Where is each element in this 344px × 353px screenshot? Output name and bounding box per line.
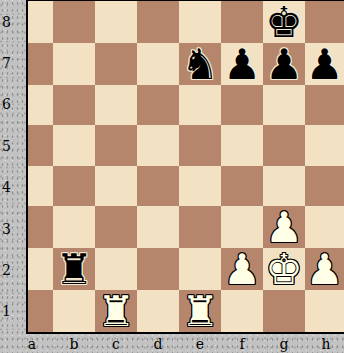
- square-b3[interactable]: [53, 206, 95, 248]
- square-c2[interactable]: [95, 248, 137, 290]
- square-d8[interactable]: [137, 1, 179, 43]
- square-e1[interactable]: ♜: [179, 290, 221, 332]
- file-labels: abcdefgh: [11, 334, 344, 353]
- white-rook[interactable]: ♜: [181, 291, 219, 333]
- square-d7[interactable]: [137, 43, 179, 85]
- square-a2[interactable]: [28, 248, 53, 290]
- square-g2[interactable]: ♚: [263, 248, 305, 290]
- square-f3[interactable]: [221, 206, 263, 248]
- square-d6[interactable]: [137, 85, 179, 125]
- square-g1[interactable]: [263, 290, 305, 332]
- square-a5[interactable]: [28, 125, 53, 165]
- white-pawn[interactable]: ♟: [265, 207, 303, 249]
- white-rook[interactable]: ♜: [97, 291, 135, 333]
- square-b2[interactable]: ♜: [53, 248, 95, 290]
- square-e6[interactable]: [179, 85, 221, 125]
- square-g6[interactable]: [263, 85, 305, 125]
- black-pawn[interactable]: ♟: [306, 44, 344, 86]
- square-h4[interactable]: [305, 166, 344, 206]
- square-g8[interactable]: ♚: [263, 1, 305, 43]
- square-h6[interactable]: [305, 85, 344, 125]
- square-c5[interactable]: [95, 125, 137, 165]
- rank-label-3: 3: [0, 208, 26, 249]
- rank-label-2: 2: [0, 249, 26, 290]
- square-c6[interactable]: [95, 85, 137, 125]
- square-h1[interactable]: [305, 290, 344, 332]
- black-pawn[interactable]: ♟: [265, 44, 303, 86]
- square-a6[interactable]: [28, 85, 53, 125]
- rank-label-7: 7: [0, 42, 26, 83]
- square-c7[interactable]: [95, 43, 137, 85]
- square-h8[interactable]: [305, 1, 344, 43]
- square-e2[interactable]: [179, 248, 221, 290]
- square-b8[interactable]: [53, 1, 95, 43]
- file-label-d: d: [137, 334, 179, 353]
- file-label-a: a: [11, 334, 53, 353]
- square-e3[interactable]: [179, 206, 221, 248]
- square-a8[interactable]: [28, 1, 53, 43]
- rank-label-5: 5: [0, 125, 26, 166]
- rank-label-1: 1: [0, 291, 26, 332]
- square-a7[interactable]: [28, 43, 53, 85]
- file-label-e: e: [179, 334, 221, 353]
- square-b1[interactable]: [53, 290, 95, 332]
- square-b4[interactable]: [53, 166, 95, 206]
- square-e4[interactable]: [179, 166, 221, 206]
- square-g7[interactable]: ♟: [263, 43, 305, 85]
- square-d4[interactable]: [137, 166, 179, 206]
- file-label-g: g: [263, 334, 305, 353]
- square-h3[interactable]: [305, 206, 344, 248]
- white-king[interactable]: ♚: [265, 249, 303, 291]
- square-g4[interactable]: [263, 166, 305, 206]
- square-f1[interactable]: [221, 290, 263, 332]
- square-f5[interactable]: [221, 125, 263, 165]
- square-c4[interactable]: [95, 166, 137, 206]
- square-e8[interactable]: [179, 1, 221, 43]
- square-g5[interactable]: [263, 125, 305, 165]
- white-pawn[interactable]: ♟: [306, 249, 344, 291]
- square-c1[interactable]: ♜: [95, 290, 137, 332]
- black-rook[interactable]: ♜: [55, 249, 93, 291]
- square-f8[interactable]: [221, 1, 263, 43]
- square-h2[interactable]: ♟: [305, 248, 344, 290]
- square-d2[interactable]: [137, 248, 179, 290]
- square-f7[interactable]: ♟: [221, 43, 263, 85]
- black-pawn[interactable]: ♟: [223, 44, 261, 86]
- square-b7[interactable]: [53, 43, 95, 85]
- square-g3[interactable]: ♟: [263, 206, 305, 248]
- black-king[interactable]: ♚: [265, 2, 303, 44]
- square-b6[interactable]: [53, 85, 95, 125]
- square-c8[interactable]: [95, 1, 137, 43]
- square-a4[interactable]: [28, 166, 53, 206]
- file-label-c: c: [95, 334, 137, 353]
- square-d5[interactable]: [137, 125, 179, 165]
- square-f4[interactable]: [221, 166, 263, 206]
- file-label-b: b: [53, 334, 95, 353]
- square-d3[interactable]: [137, 206, 179, 248]
- file-label-f: f: [221, 334, 263, 353]
- square-a1[interactable]: [28, 290, 53, 332]
- square-h7[interactable]: ♟: [305, 43, 344, 85]
- square-e5[interactable]: [179, 125, 221, 165]
- board-frame: ♚♞♟♟♟♟♜♟♚♟♜♜: [26, 0, 344, 334]
- rank-label-6: 6: [0, 84, 26, 125]
- square-a3[interactable]: [28, 206, 53, 248]
- chess-gui-window: 87654321 ♚♞♟♟♟♟♜♟♚♟♜♜ abcdefgh: [0, 0, 344, 353]
- white-pawn[interactable]: ♟: [223, 249, 261, 291]
- square-h5[interactable]: [305, 125, 344, 165]
- rank-label-8: 8: [0, 1, 26, 42]
- square-f6[interactable]: [221, 85, 263, 125]
- square-b5[interactable]: [53, 125, 95, 165]
- square-d1[interactable]: [137, 290, 179, 332]
- rank-label-4: 4: [0, 167, 26, 208]
- square-c3[interactable]: [95, 206, 137, 248]
- chess-board: ♚♞♟♟♟♟♜♟♚♟♜♜: [28, 1, 344, 332]
- file-label-h: h: [305, 334, 344, 353]
- square-f2[interactable]: ♟: [221, 248, 263, 290]
- black-knight[interactable]: ♞: [181, 44, 219, 86]
- rank-labels: 87654321: [0, 1, 26, 332]
- square-e7[interactable]: ♞: [179, 43, 221, 85]
